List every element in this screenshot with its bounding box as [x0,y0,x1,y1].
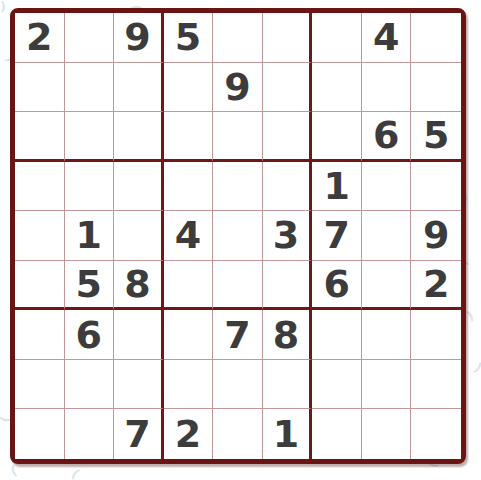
sudoku-cell-r5c2[interactable]: 1 [65,211,115,261]
sudoku-cell-r2c4[interactable] [164,63,214,113]
sudoku-cell-r7c1[interactable] [15,310,65,360]
sudoku-cell-r3c1[interactable] [15,112,65,162]
sudoku-cell-r8c4[interactable] [164,360,214,410]
sudoku-cell-r7c5[interactable]: 7 [213,310,263,360]
sudoku-cell-r6c8[interactable] [362,261,412,311]
sudoku-cell-r4c6[interactable] [263,162,313,212]
arc-motif-icon: ) [0,0,6,13]
sudoku-cell-r5c3[interactable] [114,211,164,261]
sudoku-cell-r7c4[interactable] [164,310,214,360]
sudoku-cell-r8c6[interactable] [263,360,313,410]
sudoku-cell-r5c9[interactable]: 9 [411,211,461,261]
sudoku-cell-r6c9[interactable]: 2 [411,261,461,311]
sudoku-cell-r7c8[interactable] [362,310,412,360]
sudoku-cell-r2c1[interactable] [15,63,65,113]
sudoku-cell-r3c5[interactable] [213,112,263,162]
sudoku-cell-r4c5[interactable] [213,162,263,212]
sudoku-cell-r8c9[interactable] [411,360,461,410]
sudoku-cell-r3c2[interactable] [65,112,115,162]
arc-motif-icon: ) [69,467,81,480]
sudoku-cell-r1c2[interactable] [65,13,115,63]
sudoku-cell-r3c8[interactable]: 6 [362,112,412,162]
sudoku-cell-r1c1[interactable]: 2 [15,13,65,63]
sudoku-cell-r8c2[interactable] [65,360,115,410]
sudoku-cell-r8c5[interactable] [213,360,263,410]
sudoku-cell-r3c6[interactable] [263,112,313,162]
sudoku-cell-r2c9[interactable] [411,63,461,113]
sudoku-cell-r5c5[interactable] [213,211,263,261]
sudoku-cell-r6c4[interactable] [164,261,214,311]
sudoku-cell-r8c3[interactable] [114,360,164,410]
sudoku-cell-r7c9[interactable] [411,310,461,360]
sudoku-cell-r3c4[interactable] [164,112,214,162]
sudoku-cell-r1c3[interactable]: 9 [114,13,164,63]
sudoku-cell-r9c6[interactable]: 1 [263,409,313,459]
sudoku-cell-r6c3[interactable]: 8 [114,261,164,311]
arc-motif-icon: ) [9,464,18,478]
sudoku-cell-r4c1[interactable] [15,162,65,212]
sudoku-cell-r1c9[interactable] [411,13,461,63]
sudoku-cell-r6c7[interactable]: 6 [312,261,362,311]
sudoku-cell-r2c5[interactable]: 9 [213,63,263,113]
sudoku-cell-r4c9[interactable] [411,162,461,212]
sudoku-cell-r8c1[interactable] [15,360,65,410]
sudoku-board: 29549651143795862678721 [10,8,466,464]
sudoku-cell-r6c6[interactable] [263,261,313,311]
sudoku-cell-r9c4[interactable]: 2 [164,409,214,459]
sudoku-cell-r2c7[interactable] [312,63,362,113]
sudoku-cell-r8c7[interactable] [312,360,362,410]
sudoku-cell-r7c2[interactable]: 6 [65,310,115,360]
sudoku-cell-r5c4[interactable]: 4 [164,211,214,261]
sudoku-cell-r3c9[interactable]: 5 [411,112,461,162]
sudoku-cell-r9c9[interactable] [411,409,461,459]
sudoku-cell-r6c5[interactable] [213,261,263,311]
sudoku-cell-r7c7[interactable] [312,310,362,360]
sudoku-cell-r6c1[interactable] [15,261,65,311]
sudoku-cell-r4c7[interactable]: 1 [312,162,362,212]
sudoku-cell-r7c6[interactable]: 8 [263,310,313,360]
sudoku-cell-r1c5[interactable] [213,13,263,63]
sudoku-cell-r9c5[interactable] [213,409,263,459]
sudoku-cell-r8c8[interactable] [362,360,412,410]
sudoku-cell-r1c4[interactable]: 5 [164,13,214,63]
arc-motif-icon: ) [472,360,481,374]
sudoku-cell-r9c7[interactable] [312,409,362,459]
sudoku-cell-r1c6[interactable] [263,13,313,63]
sudoku-cell-r5c8[interactable] [362,211,412,261]
sudoku-cell-r4c4[interactable] [164,162,214,212]
sudoku-cell-r2c2[interactable] [65,63,115,113]
sudoku-cell-r9c1[interactable] [15,409,65,459]
sudoku-cell-r9c3[interactable]: 7 [114,409,164,459]
sudoku-cell-r7c3[interactable] [114,310,164,360]
sudoku-cell-r4c2[interactable] [65,162,115,212]
sudoku-cell-r2c8[interactable] [362,63,412,113]
sudoku-cell-r1c7[interactable] [312,13,362,63]
sudoku-cell-r4c8[interactable] [362,162,412,212]
sudoku-cell-r9c8[interactable] [362,409,412,459]
sudoku-cell-r3c3[interactable] [114,112,164,162]
sudoku-cell-r4c3[interactable] [114,162,164,212]
sudoku-cell-r1c8[interactable]: 4 [362,13,412,63]
sudoku-cell-r5c6[interactable]: 3 [263,211,313,261]
sudoku-page: ))))))))))))))))))))))))))))))))))))))))… [0,0,481,480]
sudoku-cell-r2c3[interactable] [114,63,164,113]
sudoku-cell-r9c2[interactable] [65,409,115,459]
sudoku-cell-r2c6[interactable] [263,63,313,113]
sudoku-cell-r3c7[interactable] [312,112,362,162]
sudoku-cell-r5c1[interactable] [15,211,65,261]
sudoku-cell-r5c7[interactable]: 7 [312,211,362,261]
sudoku-cell-r6c2[interactable]: 5 [65,261,115,311]
